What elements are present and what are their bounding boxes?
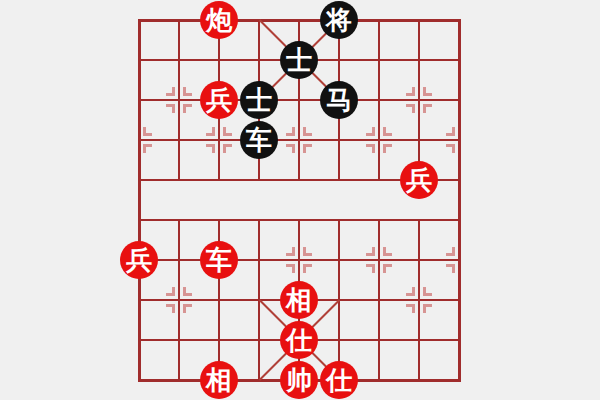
point-marker [423,104,432,113]
point-marker [446,127,455,136]
point-marker [143,144,152,153]
point-marker [383,127,392,136]
piece-black-general[interactable]: 将 [320,1,358,39]
point-marker [166,287,175,296]
piece-red-chariot[interactable]: 车 [200,241,238,279]
point-marker [303,247,312,256]
point-marker [366,264,375,273]
point-marker [423,304,432,313]
board-vertical-line [178,19,180,181]
board-vertical-line [138,19,141,382]
point-marker [166,87,175,96]
point-marker [446,144,455,153]
board-vertical-line [418,219,420,381]
piece-red-cannon[interactable]: 炮 [200,1,238,39]
point-marker [303,127,312,136]
point-marker [183,87,192,96]
board-vertical-line [458,19,461,382]
point-marker [383,264,392,273]
point-marker [223,127,232,136]
point-marker [446,264,455,273]
piece-red-advisor[interactable]: 仕 [320,361,358,399]
point-marker [383,247,392,256]
point-marker [286,264,295,273]
point-marker [303,264,312,273]
point-marker [183,287,192,296]
point-marker [423,287,432,296]
point-marker [183,104,192,113]
board-vertical-line [378,219,380,381]
piece-black-advisor[interactable]: 士 [240,81,278,119]
point-marker [446,247,455,256]
point-marker [423,87,432,96]
point-marker [223,144,232,153]
point-marker [286,144,295,153]
piece-black-chariot[interactable]: 车 [240,121,278,159]
piece-black-advisor[interactable]: 士 [280,41,318,79]
point-marker [366,127,375,136]
screenshot-stage: 炮将士兵士马车兵兵车相仕相帅仕 [0,0,600,400]
piece-red-soldier[interactable]: 兵 [120,241,158,279]
board-vertical-line [178,219,180,381]
board-vertical-line [378,19,380,181]
point-marker [206,127,215,136]
point-marker [143,127,152,136]
point-marker [286,247,295,256]
board-vertical-line [418,19,420,181]
piece-red-soldier[interactable]: 兵 [400,161,438,199]
point-marker [206,144,215,153]
point-marker [406,104,415,113]
piece-red-elephant[interactable]: 相 [280,281,318,319]
point-marker [406,87,415,96]
point-marker [406,304,415,313]
point-marker [303,144,312,153]
piece-red-general[interactable]: 帅 [280,361,318,399]
point-marker [166,304,175,313]
point-marker [366,247,375,256]
piece-black-horse[interactable]: 马 [320,81,358,119]
point-marker [183,304,192,313]
piece-red-soldier[interactable]: 兵 [200,81,238,119]
piece-red-advisor[interactable]: 仕 [280,321,318,359]
xiangqi-board[interactable]: 炮将士兵士马车兵兵车相仕相帅仕 [0,0,600,400]
point-marker [406,287,415,296]
piece-red-elephant[interactable]: 相 [200,361,238,399]
point-marker [286,127,295,136]
point-marker [383,144,392,153]
point-marker [166,104,175,113]
point-marker [366,144,375,153]
